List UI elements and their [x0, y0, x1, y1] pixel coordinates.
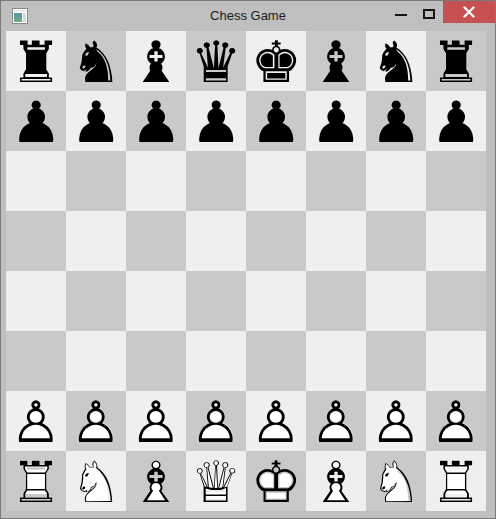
square-c6[interactable]	[126, 151, 186, 211]
square-d7[interactable]: ♟	[186, 91, 246, 151]
piece-black-bishop[interactable]: ♝	[126, 32, 186, 92]
square-e5[interactable]	[246, 211, 306, 271]
square-b6[interactable]	[66, 151, 126, 211]
piece-white-knight[interactable]: ♞♘	[66, 452, 126, 512]
square-f5[interactable]	[306, 211, 366, 271]
square-h6[interactable]	[426, 151, 486, 211]
title-bar[interactable]: Chess Game	[1, 1, 495, 31]
piece-white-pawn[interactable]: ♟♙	[246, 392, 306, 452]
piece-black-knight[interactable]: ♞	[366, 32, 426, 92]
piece-black-queen[interactable]: ♛	[186, 32, 246, 92]
square-b8[interactable]: ♞	[66, 31, 126, 91]
square-a4[interactable]	[6, 271, 66, 331]
piece-white-queen[interactable]: ♛♕	[186, 452, 246, 512]
square-b3[interactable]	[66, 331, 126, 391]
square-g8[interactable]: ♞	[366, 31, 426, 91]
piece-white-rook[interactable]: ♜♖	[426, 452, 486, 512]
square-d8[interactable]: ♛	[186, 31, 246, 91]
square-a8[interactable]: ♜	[6, 31, 66, 91]
square-g7[interactable]: ♟	[366, 91, 426, 151]
square-a3[interactable]	[6, 331, 66, 391]
square-d6[interactable]	[186, 151, 246, 211]
square-a7[interactable]: ♟	[6, 91, 66, 151]
piece-black-knight[interactable]: ♞	[66, 32, 126, 92]
chess-board: ♜♞♝♛♚♝♞♜♟♟♟♟♟♟♟♟♟♙♟♙♟♙♟♙♟♙♟♙♟♙♟♙♜♖♞♘♝♗♛♕…	[6, 31, 486, 511]
square-e4[interactable]	[246, 271, 306, 331]
maximize-button[interactable]	[415, 1, 443, 23]
piece-white-rook[interactable]: ♜♖	[6, 452, 66, 512]
square-h5[interactable]	[426, 211, 486, 271]
piece-white-pawn[interactable]: ♟♙	[126, 392, 186, 452]
square-f4[interactable]	[306, 271, 366, 331]
close-button[interactable]	[443, 1, 495, 23]
piece-black-pawn[interactable]: ♟	[126, 92, 186, 152]
square-d1[interactable]: ♛♕	[186, 451, 246, 511]
square-c2[interactable]: ♟♙	[126, 391, 186, 451]
square-h3[interactable]	[426, 331, 486, 391]
square-e2[interactable]: ♟♙	[246, 391, 306, 451]
maximize-icon	[423, 9, 435, 19]
piece-black-king[interactable]: ♚	[246, 32, 306, 92]
square-g6[interactable]	[366, 151, 426, 211]
close-icon	[463, 6, 475, 18]
piece-black-pawn[interactable]: ♟	[66, 92, 126, 152]
square-d5[interactable]	[186, 211, 246, 271]
square-a5[interactable]	[6, 211, 66, 271]
square-a2[interactable]: ♟♙	[6, 391, 66, 451]
square-c1[interactable]: ♝♗	[126, 451, 186, 511]
piece-white-pawn[interactable]: ♟♙	[66, 392, 126, 452]
square-g2[interactable]: ♟♙	[366, 391, 426, 451]
square-f2[interactable]: ♟♙	[306, 391, 366, 451]
piece-white-pawn[interactable]: ♟♙	[306, 392, 366, 452]
piece-white-bishop[interactable]: ♝♗	[306, 452, 366, 512]
square-h8[interactable]: ♜	[426, 31, 486, 91]
square-a6[interactable]	[6, 151, 66, 211]
piece-black-pawn[interactable]: ♟	[366, 92, 426, 152]
square-g3[interactable]	[366, 331, 426, 391]
square-b1[interactable]: ♞♘	[66, 451, 126, 511]
piece-black-pawn[interactable]: ♟	[426, 92, 486, 152]
square-h4[interactable]	[426, 271, 486, 331]
square-f6[interactable]	[306, 151, 366, 211]
square-e1[interactable]: ♚♔	[246, 451, 306, 511]
square-h1[interactable]: ♜♖	[426, 451, 486, 511]
minimize-button[interactable]	[386, 1, 415, 23]
square-f7[interactable]: ♟	[306, 91, 366, 151]
square-g4[interactable]	[366, 271, 426, 331]
square-c7[interactable]: ♟	[126, 91, 186, 151]
chess-game-window: Chess Game ♜♞♝♛♚♝♞♜♟♟♟♟♟♟♟♟♟♙♟♙♟♙♟♙♟♙♟♙♟…	[0, 0, 496, 519]
square-c8[interactable]: ♝	[126, 31, 186, 91]
piece-black-pawn[interactable]: ♟	[246, 92, 306, 152]
square-a1[interactable]: ♜♖	[6, 451, 66, 511]
piece-black-bishop[interactable]: ♝	[306, 32, 366, 92]
square-b7[interactable]: ♟	[66, 91, 126, 151]
piece-black-pawn[interactable]: ♟	[186, 92, 246, 152]
window-controls	[386, 1, 495, 23]
square-b5[interactable]	[66, 211, 126, 271]
minimize-icon	[395, 14, 407, 16]
square-f3[interactable]	[306, 331, 366, 391]
piece-white-bishop[interactable]: ♝♗	[126, 452, 186, 512]
piece-white-king[interactable]: ♚♔	[246, 452, 306, 512]
square-e8[interactable]: ♚	[246, 31, 306, 91]
piece-white-pawn[interactable]: ♟♙	[426, 392, 486, 452]
square-g1[interactable]: ♞♘	[366, 451, 426, 511]
square-b4[interactable]	[66, 271, 126, 331]
square-e6[interactable]	[246, 151, 306, 211]
square-c4[interactable]	[126, 271, 186, 331]
square-f8[interactable]: ♝	[306, 31, 366, 91]
piece-white-pawn[interactable]: ♟♙	[6, 392, 66, 452]
piece-black-pawn[interactable]: ♟	[6, 92, 66, 152]
piece-white-pawn[interactable]: ♟♙	[186, 392, 246, 452]
square-c3[interactable]	[126, 331, 186, 391]
square-g5[interactable]	[366, 211, 426, 271]
square-b2[interactable]: ♟♙	[66, 391, 126, 451]
square-d4[interactable]	[186, 271, 246, 331]
square-h7[interactable]: ♟	[426, 91, 486, 151]
square-d2[interactable]: ♟♙	[186, 391, 246, 451]
piece-white-knight[interactable]: ♞♘	[366, 452, 426, 512]
piece-white-pawn[interactable]: ♟♙	[366, 392, 426, 452]
square-d3[interactable]	[186, 331, 246, 391]
piece-black-rook[interactable]: ♜	[426, 32, 486, 92]
square-h2[interactable]: ♟♙	[426, 391, 486, 451]
piece-black-pawn[interactable]: ♟	[306, 92, 366, 152]
square-c5[interactable]	[126, 211, 186, 271]
piece-black-rook[interactable]: ♜	[6, 32, 66, 92]
square-e7[interactable]: ♟	[246, 91, 306, 151]
square-f1[interactable]: ♝♗	[306, 451, 366, 511]
square-e3[interactable]	[246, 331, 306, 391]
